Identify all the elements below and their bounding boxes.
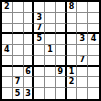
sudoku-cell-empty[interactable] bbox=[56, 34, 67, 45]
sudoku-cell-empty[interactable] bbox=[24, 34, 35, 45]
sudoku-cell-given: 7 bbox=[77, 56, 88, 67]
sudoku-cell-empty[interactable] bbox=[2, 67, 13, 78]
sudoku-cell-given: 6 bbox=[24, 67, 35, 78]
sudoku-cell-empty[interactable] bbox=[77, 2, 88, 13]
sudoku-cell-empty[interactable] bbox=[67, 88, 78, 99]
sudoku-cell-empty[interactable] bbox=[34, 56, 45, 67]
sudoku-cell-empty[interactable] bbox=[77, 13, 88, 24]
sudoku-cell-given: 2 bbox=[2, 2, 13, 13]
sudoku-cell-empty[interactable] bbox=[88, 13, 99, 24]
sudoku-cell-empty[interactable] bbox=[88, 2, 99, 13]
sudoku-cell-empty[interactable] bbox=[56, 77, 67, 88]
sudoku-cell-empty[interactable] bbox=[88, 67, 99, 78]
sudoku-cell-empty[interactable] bbox=[56, 24, 67, 35]
sudoku-cell-empty[interactable] bbox=[24, 2, 35, 13]
sudoku-cell-given: 5 bbox=[34, 34, 45, 45]
sudoku-cell-given: 4 bbox=[88, 34, 99, 45]
sudoku-cell-empty[interactable] bbox=[2, 77, 13, 88]
sudoku-cell-given: 3 bbox=[24, 88, 35, 99]
sudoku-cell-empty[interactable] bbox=[45, 13, 56, 24]
sudoku-cell-empty[interactable] bbox=[88, 77, 99, 88]
sudoku-cell-empty[interactable] bbox=[67, 34, 78, 45]
sudoku-cell-empty[interactable] bbox=[88, 45, 99, 56]
sudoku-cell-empty[interactable] bbox=[45, 77, 56, 88]
sudoku-cell-empty[interactable] bbox=[67, 45, 78, 56]
sudoku-cell-empty[interactable] bbox=[2, 24, 13, 35]
sudoku-cell-empty[interactable] bbox=[24, 56, 35, 67]
sudoku-cell-empty[interactable] bbox=[34, 77, 45, 88]
sudoku-cell-empty[interactable] bbox=[34, 88, 45, 99]
sudoku-cell-empty[interactable] bbox=[77, 24, 88, 35]
sudoku-cell-given: 1 bbox=[67, 67, 78, 78]
sudoku-cell-empty[interactable] bbox=[77, 45, 88, 56]
sudoku-cell-given: 4 bbox=[2, 45, 13, 56]
sudoku-cell-empty[interactable] bbox=[13, 67, 24, 78]
sudoku-cell-empty[interactable] bbox=[56, 2, 67, 13]
sudoku-cell-empty[interactable] bbox=[13, 56, 24, 67]
sudoku-cell-empty[interactable] bbox=[67, 56, 78, 67]
sudoku-cell-empty[interactable] bbox=[24, 45, 35, 56]
sudoku-cell-given: 7 bbox=[13, 77, 24, 88]
sudoku-cell-empty[interactable] bbox=[56, 45, 67, 56]
sudoku-cell-empty[interactable] bbox=[45, 2, 56, 13]
sudoku-cell-empty[interactable] bbox=[45, 67, 56, 78]
sudoku-cell-empty[interactable] bbox=[88, 88, 99, 99]
sudoku-cell-empty[interactable] bbox=[24, 77, 35, 88]
sudoku-cell-empty[interactable] bbox=[77, 88, 88, 99]
sudoku-cell-empty[interactable] bbox=[77, 77, 88, 88]
sudoku-cell-empty[interactable] bbox=[13, 24, 24, 35]
sudoku-cell-given: 1 bbox=[45, 45, 56, 56]
sudoku-cell-empty[interactable] bbox=[67, 24, 78, 35]
sudoku-cell-empty[interactable] bbox=[45, 34, 56, 45]
sudoku-cell-empty[interactable] bbox=[13, 2, 24, 13]
sudoku-cell-empty[interactable] bbox=[56, 13, 67, 24]
sudoku-cell-empty[interactable] bbox=[56, 88, 67, 99]
sudoku-cell-empty[interactable] bbox=[45, 24, 56, 35]
sudoku-cell-empty[interactable] bbox=[67, 13, 78, 24]
sudoku-cell-given: 2 bbox=[67, 77, 78, 88]
sudoku-cell-given: 9 bbox=[56, 67, 67, 78]
sudoku-cell-empty[interactable] bbox=[34, 2, 45, 13]
sudoku-cell-empty[interactable] bbox=[2, 13, 13, 24]
sudoku-cell-empty[interactable] bbox=[13, 45, 24, 56]
sudoku-cell-empty[interactable] bbox=[24, 13, 35, 24]
sudoku-cell-empty[interactable] bbox=[45, 56, 56, 67]
sudoku-cell-empty[interactable] bbox=[45, 88, 56, 99]
sudoku-cell-empty[interactable] bbox=[34, 67, 45, 78]
sudoku-cell-empty[interactable] bbox=[34, 45, 45, 56]
sudoku-cell-empty[interactable] bbox=[13, 34, 24, 45]
sudoku-cell-empty[interactable] bbox=[88, 24, 99, 35]
sudoku-cell-given: 8 bbox=[67, 2, 78, 13]
sudoku-cell-empty[interactable] bbox=[24, 24, 35, 35]
sudoku-cell-empty[interactable] bbox=[2, 34, 13, 45]
sudoku-board: 28375344176917253 bbox=[0, 0, 101, 101]
sudoku-cell-empty[interactable] bbox=[2, 88, 13, 99]
sudoku-cell-given: 3 bbox=[34, 13, 45, 24]
sudoku-cell-empty[interactable] bbox=[88, 56, 99, 67]
sudoku-cell-given: 3 bbox=[77, 34, 88, 45]
sudoku-cell-empty[interactable] bbox=[13, 13, 24, 24]
sudoku-cell-given: 5 bbox=[13, 88, 24, 99]
sudoku-cell-empty[interactable] bbox=[77, 67, 88, 78]
sudoku-cell-empty[interactable] bbox=[2, 56, 13, 67]
sudoku-cell-given: 7 bbox=[34, 24, 45, 35]
sudoku-cell-empty[interactable] bbox=[56, 56, 67, 67]
